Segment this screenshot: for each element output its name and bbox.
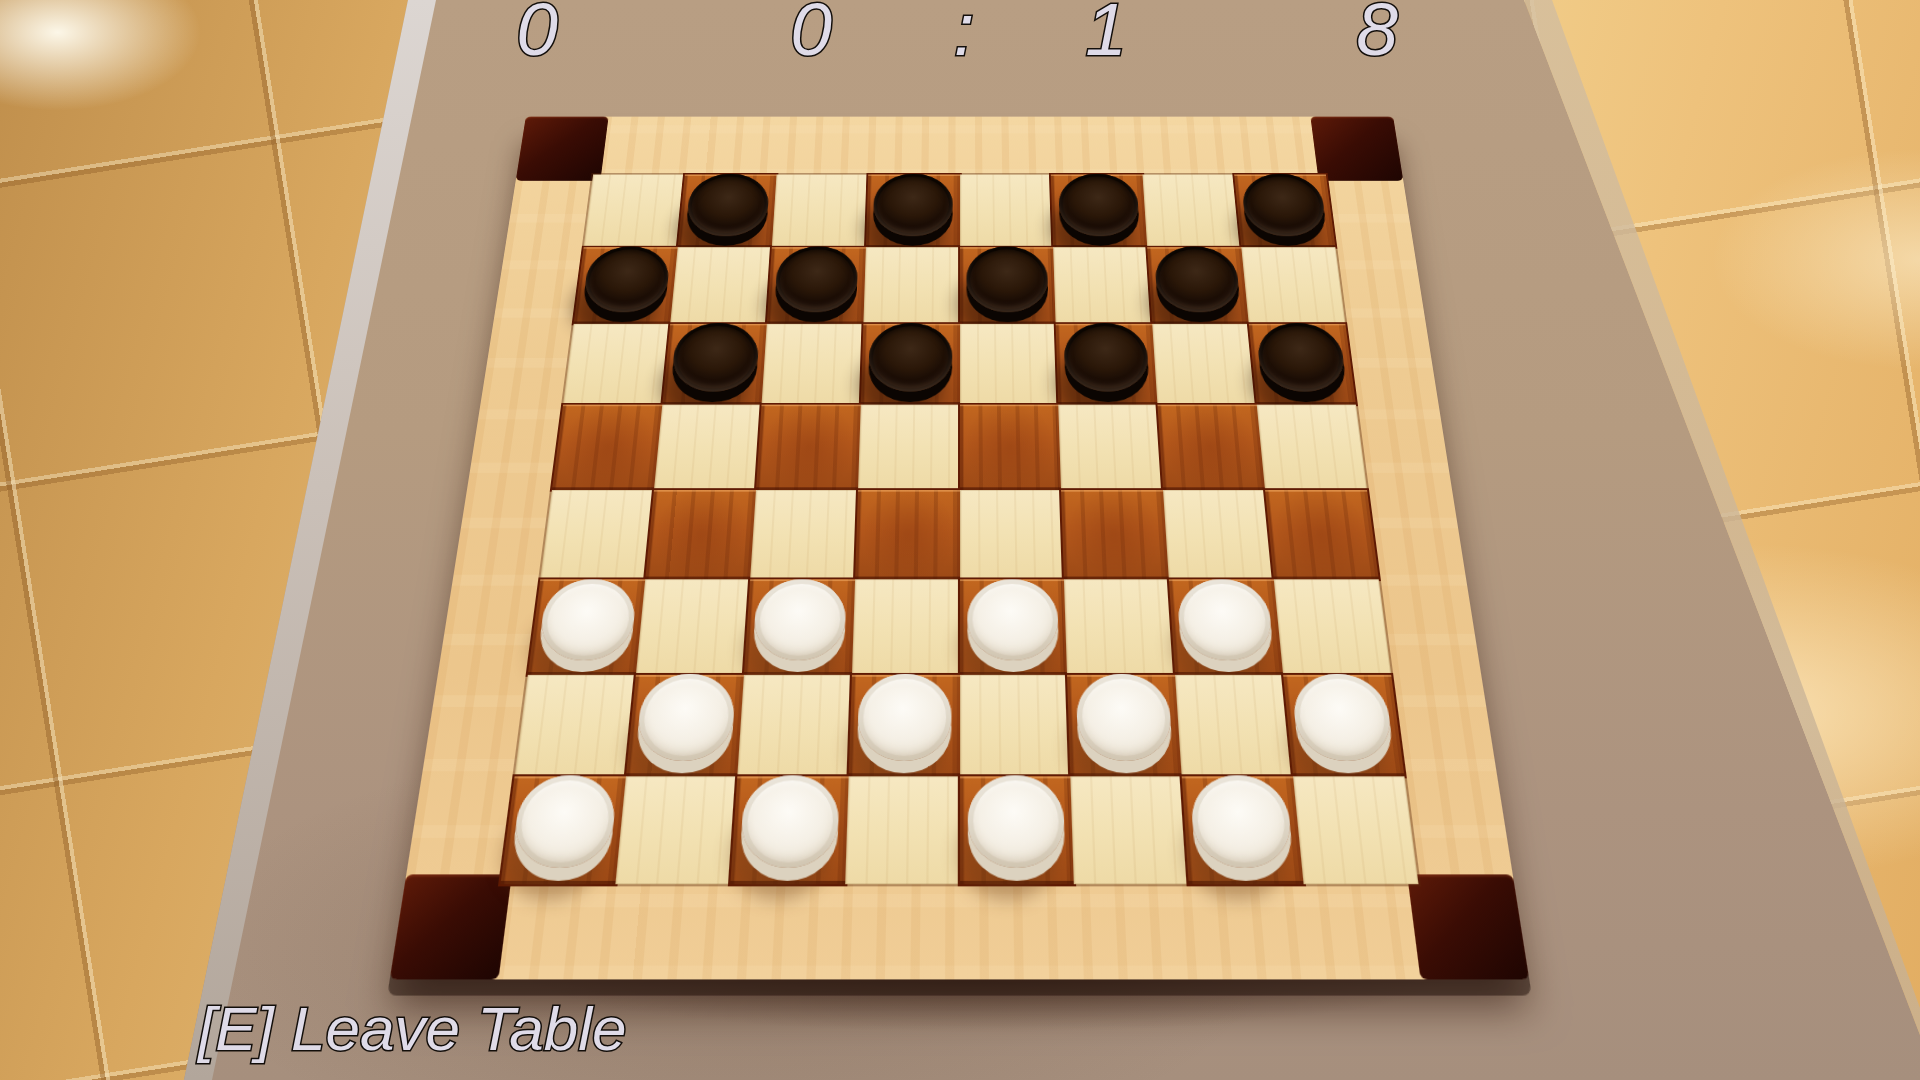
board-square bbox=[670, 247, 771, 324]
board-square[interactable] bbox=[1056, 324, 1158, 405]
leave-table-hint: [E] Leave Table bbox=[198, 998, 627, 1060]
checker-piece-dark[interactable] bbox=[685, 174, 770, 236]
checker-piece-light[interactable] bbox=[1190, 776, 1294, 868]
board-square bbox=[1241, 247, 1345, 324]
board-square[interactable] bbox=[730, 776, 848, 884]
board-square[interactable] bbox=[1182, 776, 1304, 884]
board-square bbox=[960, 324, 1059, 405]
timer-second-ones: 8 bbox=[1356, 0, 1398, 67]
board-square[interactable] bbox=[552, 404, 662, 489]
board-square bbox=[1059, 404, 1164, 489]
checker-piece-light[interactable] bbox=[967, 579, 1060, 661]
checker-piece-dark[interactable] bbox=[1154, 246, 1241, 312]
board-square bbox=[1274, 580, 1391, 675]
board-square bbox=[750, 490, 858, 580]
board-square bbox=[1053, 247, 1152, 324]
board-square[interactable] bbox=[848, 675, 959, 776]
board-square[interactable] bbox=[574, 247, 678, 324]
board-square[interactable] bbox=[1051, 174, 1147, 247]
checker-piece-dark[interactable] bbox=[582, 246, 671, 312]
checker-piece-dark[interactable] bbox=[1256, 323, 1348, 392]
board-square[interactable] bbox=[866, 174, 960, 247]
checker-piece-dark[interactable] bbox=[1057, 174, 1140, 236]
checker-piece-light[interactable] bbox=[1176, 579, 1274, 661]
board-square bbox=[845, 776, 960, 884]
board-square bbox=[960, 490, 1065, 580]
board-square bbox=[737, 675, 852, 776]
board-square bbox=[1293, 776, 1418, 884]
board-square[interactable] bbox=[500, 776, 625, 884]
checker-piece-light[interactable] bbox=[511, 776, 618, 868]
board-square[interactable] bbox=[626, 675, 744, 776]
board-square bbox=[761, 324, 863, 405]
board-corner-pad bbox=[390, 874, 512, 979]
board-square[interactable] bbox=[1147, 247, 1248, 324]
board-square[interactable] bbox=[1067, 675, 1182, 776]
checker-piece-light[interactable] bbox=[1291, 674, 1395, 761]
board-square[interactable] bbox=[678, 174, 777, 247]
board-square bbox=[1064, 580, 1175, 675]
checker-piece-light[interactable] bbox=[857, 674, 952, 761]
board-corner-pad bbox=[516, 117, 609, 181]
board-square bbox=[584, 174, 685, 247]
checker-piece-dark[interactable] bbox=[868, 323, 953, 392]
board-square[interactable] bbox=[1234, 174, 1335, 247]
board-square[interactable] bbox=[756, 404, 861, 489]
checker-piece-light[interactable] bbox=[739, 776, 840, 868]
board-square bbox=[1152, 324, 1256, 405]
checker-piece-dark[interactable] bbox=[872, 174, 953, 236]
board-square bbox=[863, 247, 959, 324]
checker-piece-dark[interactable] bbox=[966, 246, 1049, 312]
board-square[interactable] bbox=[1265, 490, 1379, 580]
checkers-board bbox=[390, 117, 1530, 980]
board-square bbox=[515, 675, 636, 776]
board-square bbox=[540, 490, 654, 580]
board-square[interactable] bbox=[960, 247, 1056, 324]
board-square bbox=[654, 404, 761, 489]
checker-piece-light[interactable] bbox=[537, 579, 638, 661]
timer-second-tens: 1 bbox=[1085, 0, 1127, 67]
checker-piece-dark[interactable] bbox=[774, 246, 859, 312]
board-square[interactable] bbox=[960, 580, 1068, 675]
board-square[interactable] bbox=[860, 324, 959, 405]
checker-piece-light[interactable] bbox=[752, 579, 847, 661]
board-square bbox=[1163, 490, 1274, 580]
board-square bbox=[772, 174, 868, 247]
timer-minute-tens: 0 bbox=[516, 0, 558, 67]
board-corner-pad bbox=[1310, 117, 1403, 181]
board-square bbox=[1175, 675, 1293, 776]
checker-piece-light[interactable] bbox=[967, 776, 1065, 868]
board-square[interactable] bbox=[744, 580, 855, 675]
board-square[interactable] bbox=[767, 247, 866, 324]
board-square[interactable] bbox=[1249, 324, 1356, 405]
board-square bbox=[1257, 404, 1367, 489]
board-square[interactable] bbox=[1158, 404, 1265, 489]
board-corner-pad bbox=[1407, 874, 1529, 979]
board-square[interactable] bbox=[1061, 490, 1169, 580]
board-grid bbox=[500, 174, 1418, 884]
board-square[interactable] bbox=[1169, 580, 1283, 675]
board-square bbox=[960, 174, 1054, 247]
checker-piece-dark[interactable] bbox=[1241, 174, 1328, 236]
board-square bbox=[858, 404, 960, 489]
board-square[interactable] bbox=[855, 490, 960, 580]
board-square[interactable] bbox=[645, 490, 756, 580]
board-square bbox=[852, 580, 960, 675]
board-square[interactable] bbox=[528, 580, 645, 675]
board-square[interactable] bbox=[960, 404, 1062, 489]
board-square bbox=[960, 675, 1071, 776]
board-square bbox=[1143, 174, 1242, 247]
checker-piece-light[interactable] bbox=[635, 674, 736, 761]
timer-colon: : bbox=[954, 0, 975, 67]
board-square[interactable] bbox=[960, 776, 1075, 884]
checker-piece-light[interactable] bbox=[1075, 674, 1173, 761]
checker-piece-dark[interactable] bbox=[670, 323, 760, 392]
board-square[interactable] bbox=[662, 324, 766, 405]
board-square bbox=[636, 580, 750, 675]
timer-minute-ones: 0 bbox=[790, 0, 832, 67]
board-square[interactable] bbox=[1283, 675, 1404, 776]
board-square bbox=[1071, 776, 1189, 884]
checker-piece-dark[interactable] bbox=[1063, 323, 1150, 392]
board-square bbox=[615, 776, 737, 884]
board-square bbox=[563, 324, 670, 405]
